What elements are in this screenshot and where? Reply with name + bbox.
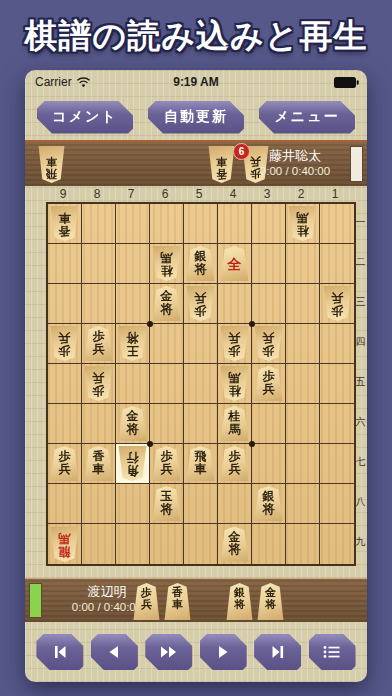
board-square[interactable] xyxy=(252,404,286,444)
board-square[interactable] xyxy=(252,444,286,484)
file-label: 5 xyxy=(182,186,216,202)
hand-piece-香車[interactable]: 香車 xyxy=(208,146,235,183)
board-square[interactable]: 桂馬 xyxy=(218,364,252,404)
fast-forward-button[interactable] xyxy=(145,634,192,670)
piece-銀将[interactable]: 銀将 xyxy=(254,486,283,521)
board-square[interactable] xyxy=(184,204,218,244)
board-square[interactable] xyxy=(116,484,150,524)
hand-piece-香車[interactable]: 香車 xyxy=(164,583,191,620)
step-forward-button[interactable] xyxy=(200,634,247,670)
board-square[interactable] xyxy=(48,404,82,444)
board-square[interactable]: 歩兵 xyxy=(150,444,184,484)
piece-全[interactable]: 全 xyxy=(220,246,249,281)
board-square[interactable] xyxy=(286,484,320,524)
file-label: 4 xyxy=(216,186,250,202)
piece-桂馬[interactable]: 桂馬 xyxy=(220,366,249,401)
step-backward-button[interactable] xyxy=(91,634,138,670)
file-labels: 987654321 xyxy=(46,186,352,202)
board-square[interactable] xyxy=(320,444,354,484)
board-square[interactable] xyxy=(320,524,354,564)
board-square[interactable] xyxy=(286,324,320,364)
rank-label: 八 xyxy=(354,482,367,522)
board-square[interactable]: 龍馬 xyxy=(48,524,82,564)
board-square[interactable] xyxy=(116,364,150,404)
board-square[interactable]: 香車 xyxy=(48,204,82,244)
board-square[interactable]: 歩兵 xyxy=(252,324,286,364)
board-square[interactable]: 歩兵 xyxy=(48,324,82,364)
battery-icon xyxy=(334,77,359,88)
board-square[interactable]: 歩兵 xyxy=(82,324,116,364)
file-label: 2 xyxy=(284,186,318,202)
board-square[interactable] xyxy=(82,244,116,284)
piece-歩兵[interactable]: 歩兵 xyxy=(254,326,283,361)
page-title: 棋譜の読み込みと再生 xyxy=(0,8,392,64)
board-square[interactable]: 桂馬 xyxy=(150,244,184,284)
board-square[interactable] xyxy=(286,524,320,564)
file-label: 3 xyxy=(250,186,284,202)
board-square[interactable] xyxy=(82,404,116,444)
piece-歩兵[interactable]: 歩兵 xyxy=(220,446,249,481)
rank-label: 五 xyxy=(354,362,367,402)
toolbar: コメント 自動更新 メニュー xyxy=(25,94,367,140)
gote-time-gauge xyxy=(350,146,363,182)
board-square[interactable] xyxy=(116,284,150,324)
piece-歩兵[interactable]: 歩兵 xyxy=(84,366,113,401)
rank-label: 一 xyxy=(354,202,367,242)
board-square[interactable]: 香車 xyxy=(82,444,116,484)
board-square[interactable]: 歩兵 xyxy=(320,284,354,324)
board-square[interactable] xyxy=(116,244,150,284)
board-square[interactable] xyxy=(320,484,354,524)
board-square[interactable] xyxy=(150,364,184,404)
board-square[interactable] xyxy=(116,524,150,564)
move-list-button[interactable] xyxy=(309,634,356,670)
gote-player-info: 藤井聡太 0:00 / 0:40:00 xyxy=(239,147,351,178)
menu-button[interactable]: メニュー xyxy=(259,101,355,134)
rank-label: 四 xyxy=(354,322,367,362)
piece-count-badge: 6 xyxy=(233,143,250,160)
rank-label: 九 xyxy=(354,522,367,562)
sente-hand-tray: 渡辺明 0:00 / 0:40:00 歩兵香車銀将金将 xyxy=(25,578,367,622)
piece-龍馬[interactable]: 龍馬 xyxy=(50,527,79,562)
comment-button[interactable]: コメント xyxy=(37,101,133,134)
board-square[interactable]: 金将 xyxy=(116,404,150,444)
board-square[interactable] xyxy=(184,324,218,364)
piece-銀将[interactable]: 銀将 xyxy=(186,246,215,281)
board-square[interactable]: 銀将 xyxy=(184,244,218,284)
board-square[interactable] xyxy=(252,524,286,564)
file-label: 6 xyxy=(148,186,182,202)
board-square[interactable] xyxy=(286,404,320,444)
board-square[interactable] xyxy=(150,204,184,244)
shogi-board: 香車桂馬桂馬銀将全金将歩兵歩兵歩兵歩兵王将歩兵歩兵歩兵桂馬歩兵金将桂馬歩兵香車角… xyxy=(46,202,356,566)
board-square[interactable]: 歩兵 xyxy=(218,324,252,364)
app-store-screenshot: { "title": "棋譜の読み込みと再生", "status_bar": {… xyxy=(0,0,392,696)
piece-香車[interactable]: 香車 xyxy=(84,446,113,481)
board-square[interactable]: 飛車 xyxy=(184,444,218,484)
board-square[interactable] xyxy=(320,244,354,284)
playback-controls xyxy=(25,622,367,682)
board-square[interactable]: 全 xyxy=(218,244,252,284)
piece-歩兵[interactable]: 歩兵 xyxy=(220,326,249,361)
board-square[interactable] xyxy=(286,244,320,284)
sente-time-gauge xyxy=(29,583,42,618)
board-square[interactable] xyxy=(48,284,82,324)
board-square[interactable] xyxy=(150,524,184,564)
rank-label: 二 xyxy=(354,242,367,282)
piece-桂馬[interactable]: 桂馬 xyxy=(288,206,317,241)
skip-to-end-button[interactable] xyxy=(254,634,301,670)
skip-to-start-button[interactable] xyxy=(36,634,83,670)
hand-piece-飛車[interactable]: 飛車 xyxy=(38,146,65,183)
piece-桂馬[interactable]: 桂馬 xyxy=(152,246,181,281)
board-square[interactable] xyxy=(320,364,354,404)
board-square[interactable]: 歩兵 xyxy=(218,444,252,484)
hoshi-dot xyxy=(249,441,255,447)
board-square[interactable] xyxy=(48,484,82,524)
file-label: 9 xyxy=(46,186,80,202)
board-square[interactable] xyxy=(150,404,184,444)
piece-飛車[interactable]: 飛車 xyxy=(38,146,65,183)
piece-歩兵[interactable]: 歩兵 xyxy=(50,446,79,481)
board-square[interactable]: 歩兵 xyxy=(48,444,82,484)
piece-金将[interactable]: 金将 xyxy=(152,286,181,321)
gote-player-time: 0:00 / 0:40:00 xyxy=(239,164,351,178)
hoshi-dot xyxy=(147,441,153,447)
rank-label: 六 xyxy=(354,402,367,442)
board-square[interactable]: 歩兵 xyxy=(184,284,218,324)
board-square[interactable] xyxy=(252,244,286,284)
piece-金将[interactable]: 金将 xyxy=(257,583,284,620)
status-bar: 9:19 AM Carrier xyxy=(25,70,367,94)
board-square[interactable] xyxy=(286,284,320,324)
board-square[interactable]: 玉将 xyxy=(150,484,184,524)
board-square[interactable]: 王将 xyxy=(116,324,150,364)
piece-銀将[interactable]: 銀将 xyxy=(226,583,253,620)
hoshi-dot xyxy=(249,321,255,327)
piece-金将[interactable]: 金将 xyxy=(118,406,147,441)
board-square[interactable] xyxy=(116,204,150,244)
board-square[interactable] xyxy=(320,204,354,244)
piece-王将[interactable]: 王将 xyxy=(118,326,147,361)
board-square[interactable] xyxy=(184,404,218,444)
board-square[interactable] xyxy=(320,324,354,364)
board-square[interactable]: 桂馬 xyxy=(286,204,320,244)
board-square[interactable] xyxy=(184,524,218,564)
piece-歩兵[interactable]: 歩兵 xyxy=(50,326,79,361)
board-square[interactable] xyxy=(184,364,218,404)
gote-player-name: 藤井聡太 xyxy=(239,147,351,164)
board-square[interactable] xyxy=(286,444,320,484)
hoshi-dot xyxy=(147,321,153,327)
wifi-icon xyxy=(76,77,91,88)
board-square[interactable]: 金将 xyxy=(218,524,252,564)
carrier-label: Carrier xyxy=(35,75,72,89)
board-square[interactable]: 銀将 xyxy=(252,484,286,524)
auto-update-button[interactable]: 自動更新 xyxy=(148,101,244,134)
piece-香車[interactable]: 香車 xyxy=(50,206,79,241)
gote-hand-tray: 飛車香車歩兵6 藤井聡太 0:00 / 0:40:00 xyxy=(25,140,367,186)
board-square[interactable] xyxy=(320,404,354,444)
board-square[interactable] xyxy=(286,364,320,404)
board-square[interactable] xyxy=(82,524,116,564)
board-square[interactable]: 金将 xyxy=(150,284,184,324)
board-square[interactable] xyxy=(82,284,116,324)
hand-piece-歩兵[interactable]: 歩兵 xyxy=(133,583,160,620)
board-square[interactable] xyxy=(252,204,286,244)
board-square[interactable] xyxy=(82,484,116,524)
board-square[interactable] xyxy=(48,244,82,284)
piece-飛車[interactable]: 飛車 xyxy=(186,446,215,481)
piece-香車[interactable]: 香車 xyxy=(208,146,235,183)
board-square[interactable]: 歩兵 xyxy=(82,364,116,404)
rank-labels: 一二三四五六七八九 xyxy=(354,202,367,562)
board-square[interactable]: 角行 xyxy=(116,444,150,484)
piece-歩兵[interactable]: 歩兵 xyxy=(254,366,283,401)
board-square[interactable] xyxy=(218,484,252,524)
board-square[interactable] xyxy=(184,484,218,524)
board-square[interactable] xyxy=(218,204,252,244)
rank-label: 三 xyxy=(354,282,367,322)
board-square[interactable] xyxy=(252,284,286,324)
phone-screenshot: 9:19 AM Carrier コメント 自動更新 メニュー 飛車香車歩兵6 藤… xyxy=(25,70,367,682)
piece-桂馬[interactable]: 桂馬 xyxy=(220,406,249,441)
piece-歩兵[interactable]: 歩兵 xyxy=(133,583,160,620)
file-label: 1 xyxy=(318,186,352,202)
file-label: 7 xyxy=(114,186,148,202)
piece-歩兵[interactable]: 歩兵 xyxy=(323,286,352,321)
hand-piece-金将[interactable]: 金将 xyxy=(257,583,284,620)
rank-label: 七 xyxy=(354,442,367,482)
piece-玉将[interactable]: 玉将 xyxy=(152,486,181,521)
piece-香車[interactable]: 香車 xyxy=(164,583,191,620)
piece-角行[interactable]: 角行 xyxy=(118,446,147,481)
board-square[interactable] xyxy=(82,204,116,244)
piece-歩兵[interactable]: 歩兵 xyxy=(84,326,113,361)
file-label: 8 xyxy=(80,186,114,202)
board-square[interactable]: 歩兵 xyxy=(252,364,286,404)
board-square[interactable] xyxy=(218,284,252,324)
hand-piece-銀将[interactable]: 銀将 xyxy=(226,583,253,620)
piece-金将[interactable]: 金将 xyxy=(220,527,249,562)
board-square[interactable]: 桂馬 xyxy=(218,404,252,444)
board-square[interactable] xyxy=(48,364,82,404)
piece-歩兵[interactable]: 歩兵 xyxy=(186,286,215,321)
board-square[interactable] xyxy=(150,324,184,364)
piece-歩兵[interactable]: 歩兵 xyxy=(152,446,181,481)
